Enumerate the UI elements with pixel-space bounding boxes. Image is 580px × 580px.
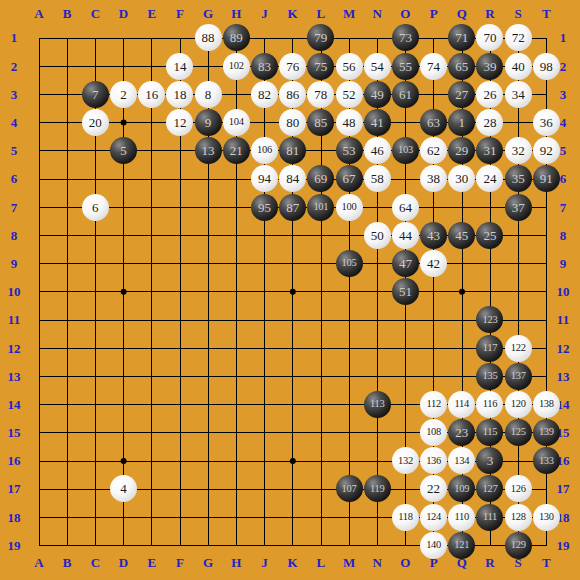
row-label-8: 8 [1, 221, 27, 249]
stone-67-M6[interactable]: 67 [336, 165, 363, 192]
col-label-R: R [476, 7, 504, 22]
row-label-14: 14 [1, 390, 27, 418]
stone-91-T6[interactable]: 91 [533, 165, 560, 192]
stone-20-C4[interactable]: 20 [82, 109, 109, 136]
stone-5-D5[interactable]: 5 [110, 137, 137, 164]
stone-28-R4[interactable]: 28 [476, 109, 503, 136]
stone-139-T15[interactable]: 139 [533, 419, 560, 446]
stone-116-R14[interactable]: 116 [476, 391, 503, 418]
stone-120-S14[interactable]: 120 [505, 391, 532, 418]
row-label-4: 4 [1, 108, 27, 136]
stone-132-O16[interactable]: 132 [392, 447, 419, 474]
stone-56-M2[interactable]: 56 [336, 53, 363, 80]
stone-18-F3[interactable]: 18 [166, 81, 193, 108]
row-label-7: 7 [1, 193, 27, 221]
stone-74-P2[interactable]: 74 [420, 53, 447, 80]
row-label-2: 2 [1, 52, 27, 80]
stone-1-Q4[interactable]: 1 [448, 109, 475, 136]
stone-106-J5[interactable]: 106 [251, 137, 278, 164]
stone-58-N6[interactable]: 58 [364, 165, 391, 192]
stone-27-Q3[interactable]: 27 [448, 81, 475, 108]
stone-92-T5[interactable]: 92 [533, 137, 560, 164]
col-label-E: E [138, 7, 166, 22]
stone-3-R16[interactable]: 3 [476, 447, 503, 474]
stone-16-E3[interactable]: 16 [138, 81, 165, 108]
stone-94-J6[interactable]: 94 [251, 165, 278, 192]
stone-52-M3[interactable]: 52 [336, 81, 363, 108]
stone-121-Q19[interactable]: 121 [448, 532, 475, 559]
stone-118-O18[interactable]: 118 [392, 504, 419, 531]
stone-32-S5[interactable]: 32 [505, 137, 532, 164]
stone-34-S3[interactable]: 34 [505, 81, 532, 108]
stone-61-O3[interactable]: 61 [392, 81, 419, 108]
stone-40-S2[interactable]: 40 [505, 53, 532, 80]
stone-95-J7[interactable]: 95 [251, 194, 278, 221]
stone-37-S7[interactable]: 37 [505, 194, 532, 221]
col-label-A: A [25, 7, 53, 22]
stone-80-K4[interactable]: 80 [279, 109, 306, 136]
stone-8-G3[interactable]: 8 [195, 81, 222, 108]
stone-44-O8[interactable]: 44 [392, 222, 419, 249]
stone-78-L3[interactable]: 78 [307, 81, 334, 108]
stone-109-Q17[interactable]: 109 [448, 475, 475, 502]
stone-114-Q14[interactable]: 114 [448, 391, 475, 418]
stone-134-Q16[interactable]: 134 [448, 447, 475, 474]
stone-113-N14[interactable]: 113 [364, 391, 391, 418]
col-label-J: J [250, 7, 278, 22]
stone-75-L2[interactable]: 75 [307, 53, 334, 80]
col-label-P: P [420, 7, 448, 22]
stone-87-K7[interactable]: 87 [279, 194, 306, 221]
stone-70-R1[interactable]: 70 [476, 24, 503, 51]
stone-6-C7[interactable]: 6 [82, 194, 109, 221]
stone-48-M4[interactable]: 48 [336, 109, 363, 136]
stone-123-R11[interactable]: 123 [476, 306, 503, 333]
stone-117-R12[interactable]: 117 [476, 335, 503, 362]
row-label-10: 10 [1, 278, 27, 306]
stone-79-L1[interactable]: 79 [307, 24, 334, 51]
stone-53-M5[interactable]: 53 [336, 137, 363, 164]
stone-14-F2[interactable]: 14 [166, 53, 193, 80]
row-label-6: 6 [1, 165, 27, 193]
stone-13-G5[interactable]: 13 [195, 137, 222, 164]
stone-83-J2[interactable]: 83 [251, 53, 278, 80]
stone-54-N2[interactable]: 54 [364, 53, 391, 80]
stone-45-Q8[interactable]: 45 [448, 222, 475, 249]
stone-103-O5[interactable]: 103 [392, 137, 419, 164]
stone-104-H4[interactable]: 104 [223, 109, 250, 136]
stone-125-S15[interactable]: 125 [505, 419, 532, 446]
col-label-G: G [194, 7, 222, 22]
stone-102-H2[interactable]: 102 [223, 53, 250, 80]
stone-100-M7[interactable]: 100 [336, 194, 363, 221]
stone-64-O7[interactable]: 64 [392, 194, 419, 221]
stone-98-T2[interactable]: 98 [533, 53, 560, 80]
row-label-3: 3 [1, 80, 27, 108]
row-label-9: 9 [1, 249, 27, 277]
row-label-13: 13 [1, 362, 27, 390]
stone-112-P14[interactable]: 112 [420, 391, 447, 418]
stone-138-T14[interactable]: 138 [533, 391, 560, 418]
stone-47-O9[interactable]: 47 [392, 250, 419, 277]
stone-107-M17[interactable]: 107 [336, 475, 363, 502]
stone-25-R8[interactable]: 25 [476, 222, 503, 249]
stone-24-R6[interactable]: 24 [476, 165, 503, 192]
go-board[interactable]: 1234567891213141618202122232425262728293… [25, 24, 561, 560]
row-labels-left: 12345678910111213141516171819 [1, 24, 27, 560]
stone-71-Q1[interactable]: 71 [448, 24, 475, 51]
stone-46-N5[interactable]: 46 [364, 137, 391, 164]
stone-130-T18[interactable]: 130 [533, 504, 560, 531]
stone-137-S13[interactable]: 137 [505, 363, 532, 390]
stone-41-N4[interactable]: 41 [364, 109, 391, 136]
stone-110-Q18[interactable]: 110 [448, 504, 475, 531]
stone-72-S1[interactable]: 72 [505, 24, 532, 51]
row-label-18: 18 [1, 503, 27, 531]
stone-115-R15[interactable]: 115 [476, 419, 503, 446]
stone-76-K2[interactable]: 76 [279, 53, 306, 80]
stone-22-P17[interactable]: 22 [420, 475, 447, 502]
row-label-11: 11 [1, 306, 27, 334]
stone-21-H5[interactable]: 21 [223, 137, 250, 164]
stone-105-M9[interactable]: 105 [336, 250, 363, 277]
row-label-15: 15 [1, 419, 27, 447]
stone-7-C3[interactable]: 7 [82, 81, 109, 108]
stone-133-T16[interactable]: 133 [533, 447, 560, 474]
stone-29-Q5[interactable]: 29 [448, 137, 475, 164]
col-label-O: O [391, 7, 419, 22]
col-label-Q: Q [448, 7, 476, 22]
row-label-12: 12 [1, 334, 27, 362]
stone-62-P5[interactable]: 62 [420, 137, 447, 164]
stone-12-F4[interactable]: 12 [166, 109, 193, 136]
stone-31-R5[interactable]: 31 [476, 137, 503, 164]
stone-73-O1[interactable]: 73 [392, 24, 419, 51]
stone-101-L7[interactable]: 101 [307, 194, 334, 221]
stone-49-N3[interactable]: 49 [364, 81, 391, 108]
stone-108-P15[interactable]: 108 [420, 419, 447, 446]
stone-88-G1[interactable]: 88 [195, 24, 222, 51]
stone-2-D3[interactable]: 2 [110, 81, 137, 108]
stone-50-N8[interactable]: 50 [364, 222, 391, 249]
stone-129-S19[interactable]: 129 [505, 532, 532, 559]
stone-119-N17[interactable]: 119 [364, 475, 391, 502]
row-label-19: 19 [1, 531, 27, 559]
stone-84-K6[interactable]: 84 [279, 165, 306, 192]
col-label-K: K [279, 7, 307, 22]
stone-86-K3[interactable]: 86 [279, 81, 306, 108]
stone-136-P16[interactable]: 136 [420, 447, 447, 474]
col-label-T: T [532, 7, 560, 22]
stone-43-P8[interactable]: 43 [420, 222, 447, 249]
row-label-17: 17 [1, 475, 27, 503]
col-label-S: S [504, 7, 532, 22]
col-label-B: B [53, 7, 81, 22]
stone-128-S18[interactable]: 128 [505, 504, 532, 531]
row-label-16: 16 [1, 447, 27, 475]
stone-85-L4[interactable]: 85 [307, 109, 334, 136]
row-label-1: 1 [1, 24, 27, 52]
stone-36-T4[interactable]: 36 [533, 109, 560, 136]
stone-42-P9[interactable]: 42 [420, 250, 447, 277]
stone-38-P6[interactable]: 38 [420, 165, 447, 192]
stone-35-S6[interactable]: 35 [505, 165, 532, 192]
stone-51-O10[interactable]: 51 [392, 278, 419, 305]
stone-39-R2[interactable]: 39 [476, 53, 503, 80]
stone-127-R17[interactable]: 127 [476, 475, 503, 502]
stone-135-R13[interactable]: 135 [476, 363, 503, 390]
stone-122-S12[interactable]: 122 [505, 335, 532, 362]
stone-23-Q15[interactable]: 23 [448, 419, 475, 446]
col-label-M: M [335, 7, 363, 22]
stone-69-L6[interactable]: 69 [307, 165, 334, 192]
column-labels-top: ABCDEFGHJKLMNOPQRST [25, 7, 561, 22]
stone-55-O2[interactable]: 55 [392, 53, 419, 80]
col-label-C: C [81, 7, 109, 22]
stone-111-R18[interactable]: 111 [476, 504, 503, 531]
col-label-F: F [166, 7, 194, 22]
stone-4-D17[interactable]: 4 [110, 475, 137, 502]
stone-65-Q2[interactable]: 65 [448, 53, 475, 80]
row-label-5: 5 [1, 137, 27, 165]
col-label-N: N [363, 7, 391, 22]
goban-screen: ABCDEFGHJKLMNOPQRST ABCDEFGHJKLMNOPQRST … [0, 0, 580, 580]
stone-30-Q6[interactable]: 30 [448, 165, 475, 192]
col-label-H: H [222, 7, 250, 22]
stone-26-R3[interactable]: 26 [476, 81, 503, 108]
stone-63-P4[interactable]: 63 [420, 109, 447, 136]
stone-126-S17[interactable]: 126 [505, 475, 532, 502]
stone-89-H1[interactable]: 89 [223, 24, 250, 51]
stone-124-P18[interactable]: 124 [420, 504, 447, 531]
stone-9-G4[interactable]: 9 [195, 109, 222, 136]
stone-140-P19[interactable]: 140 [420, 532, 447, 559]
stone-82-J3[interactable]: 82 [251, 81, 278, 108]
stone-81-K5[interactable]: 81 [279, 137, 306, 164]
col-label-L: L [307, 7, 335, 22]
col-label-D: D [109, 7, 137, 22]
